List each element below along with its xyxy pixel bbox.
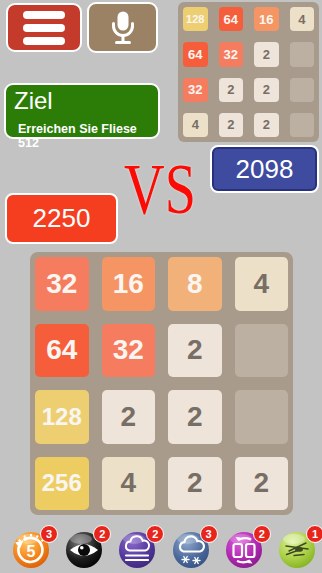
opponent-tile-32: 32 xyxy=(219,42,244,66)
player-tile-32: 32 xyxy=(102,324,156,378)
opponent-tile-2: 2 xyxy=(254,42,279,66)
player-tile-16: 16 xyxy=(102,257,156,311)
eye-button[interactable]: 2 xyxy=(65,531,103,569)
opponent-empty-cell xyxy=(290,42,315,66)
timer-rewind-5-button[interactable]: 5 3 xyxy=(12,531,50,569)
fog-cloud-button[interactable]: 2 xyxy=(118,531,156,569)
player-tile-2: 2 xyxy=(168,390,222,444)
player-tile-2: 2 xyxy=(168,324,222,378)
opponent-empty-cell xyxy=(290,78,315,102)
player-tile-256: 256 xyxy=(35,457,89,511)
opponent-tile-64: 64 xyxy=(183,42,208,66)
opponent-tile-4: 4 xyxy=(290,7,315,31)
opponent-board: 12864164643223222422 xyxy=(178,2,319,142)
microphone-icon xyxy=(103,7,143,49)
notification-badge: 2 xyxy=(146,525,164,543)
snow-cloud-button[interactable]: 3 xyxy=(172,531,210,569)
opponent-tile-2: 2 xyxy=(254,113,279,137)
player-empty-cell xyxy=(235,390,289,444)
player-board[interactable]: 3216846432212822256422 xyxy=(30,252,293,515)
goal-title: Ziel xyxy=(14,87,158,115)
player-tile-4: 4 xyxy=(235,257,289,311)
svg-text:5: 5 xyxy=(27,543,36,560)
notification-badge: 2 xyxy=(93,525,111,543)
opponent-tile-4: 4 xyxy=(183,113,208,137)
helicopter-button[interactable]: 1 xyxy=(278,531,316,569)
vs-label: VS xyxy=(123,152,198,228)
opponent-tile-32: 32 xyxy=(183,78,208,102)
opponent-tile-128: 128 xyxy=(183,7,208,31)
opponent-empty-cell xyxy=(290,113,315,137)
player-empty-cell xyxy=(235,324,289,378)
opponent-tile-2: 2 xyxy=(219,113,244,137)
opponent-tile-16: 16 xyxy=(254,7,279,31)
opponent-score: 2098 xyxy=(210,145,319,193)
notification-badge: 3 xyxy=(200,525,218,543)
player-tile-64: 64 xyxy=(35,324,89,378)
player-tile-2: 2 xyxy=(168,457,222,511)
notification-badge: 2 xyxy=(253,525,271,543)
player-tile-32: 32 xyxy=(35,257,89,311)
player-tile-2: 2 xyxy=(102,390,156,444)
goal-subtitle: Erreichen Sie Fliese 512 xyxy=(18,122,158,150)
device-sync-button[interactable]: 2 xyxy=(225,531,263,569)
goal-box: Ziel Erreichen Sie Fliese 512 xyxy=(4,83,160,139)
player-tile-2: 2 xyxy=(235,457,289,511)
menu-button[interactable] xyxy=(6,3,82,52)
player-tile-8: 8 xyxy=(168,257,222,311)
opponent-tile-2: 2 xyxy=(254,78,279,102)
opponent-tile-2: 2 xyxy=(219,78,244,102)
player-score: 2250 xyxy=(5,193,118,244)
player-tile-128: 128 xyxy=(35,390,89,444)
microphone-button[interactable] xyxy=(87,2,158,53)
notification-badge: 3 xyxy=(40,525,58,543)
opponent-tile-64: 64 xyxy=(219,7,244,31)
notification-badge: 1 xyxy=(306,525,322,543)
dock: 5 3 2 2 xyxy=(0,526,322,571)
player-tile-4: 4 xyxy=(102,457,156,511)
